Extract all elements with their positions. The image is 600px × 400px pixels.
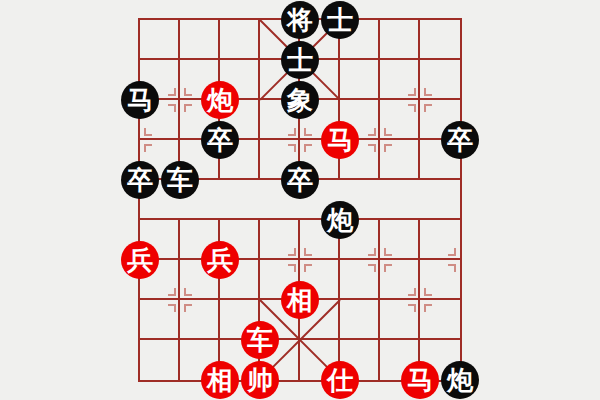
point-marker (144, 128, 152, 136)
piece-red-cannon[interactable]: 炮 (201, 81, 239, 119)
point-marker (168, 288, 176, 296)
point-marker (168, 88, 176, 96)
piece-black-soldier[interactable]: 卒 (201, 121, 239, 159)
point-marker (288, 264, 296, 272)
point-marker (368, 264, 376, 272)
piece-red-horse[interactable]: 马 (401, 361, 439, 399)
board-cell (140, 20, 180, 60)
board-cell (420, 20, 460, 60)
point-marker (304, 248, 312, 256)
point-marker (384, 128, 392, 136)
point-marker (448, 248, 456, 256)
piece-black-cannon[interactable]: 炮 (321, 201, 359, 239)
piece-red-advisor[interactable]: 仕 (321, 361, 359, 399)
point-marker (424, 104, 432, 112)
board-cell (140, 340, 180, 380)
piece-black-chariot[interactable]: 车 (161, 161, 199, 199)
piece-red-chariot[interactable]: 车 (241, 321, 279, 359)
point-marker (408, 104, 416, 112)
point-marker (144, 144, 152, 152)
point-marker (384, 248, 392, 256)
point-marker (184, 104, 192, 112)
point-marker (424, 288, 432, 296)
point-marker (304, 128, 312, 136)
board-cell (340, 300, 380, 340)
board-cell (220, 180, 260, 220)
point-marker (408, 88, 416, 96)
board-cell (380, 180, 420, 220)
piece-black-advisor[interactable]: 士 (321, 1, 359, 39)
xiangqi-board[interactable]: 将士士马炮象卒马卒卒车卒炮兵兵相车相帅仕马炮 (140, 20, 460, 380)
point-marker (448, 264, 456, 272)
point-marker (288, 128, 296, 136)
piece-red-elephant[interactable]: 相 (281, 281, 319, 319)
piece-red-soldier[interactable]: 兵 (201, 241, 239, 279)
piece-red-elephant[interactable]: 相 (201, 361, 239, 399)
piece-black-soldier[interactable]: 卒 (121, 161, 159, 199)
point-marker (384, 144, 392, 152)
piece-red-horse[interactable]: 马 (321, 121, 359, 159)
point-marker (368, 144, 376, 152)
point-marker (168, 104, 176, 112)
piece-black-soldier[interactable]: 卒 (281, 161, 319, 199)
point-marker (408, 304, 416, 312)
board-cell (420, 180, 460, 220)
board-cell (220, 20, 260, 60)
point-marker (184, 88, 192, 96)
point-marker (184, 288, 192, 296)
board-cell (340, 60, 380, 100)
board-cell (380, 20, 420, 60)
point-marker (288, 144, 296, 152)
piece-black-cannon[interactable]: 炮 (441, 361, 479, 399)
point-marker (168, 304, 176, 312)
piece-red-soldier[interactable]: 兵 (121, 241, 159, 279)
point-marker (368, 128, 376, 136)
point-marker (408, 288, 416, 296)
board-cell (180, 20, 220, 60)
point-marker (304, 264, 312, 272)
piece-black-advisor[interactable]: 士 (281, 41, 319, 79)
point-marker (288, 248, 296, 256)
piece-black-elephant[interactable]: 象 (281, 81, 319, 119)
point-marker (184, 304, 192, 312)
piece-black-soldier[interactable]: 卒 (441, 121, 479, 159)
point-marker (384, 264, 392, 272)
piece-red-general[interactable]: 帅 (241, 361, 279, 399)
point-marker (424, 304, 432, 312)
piece-black-horse[interactable]: 马 (121, 81, 159, 119)
point-marker (424, 88, 432, 96)
point-marker (368, 248, 376, 256)
point-marker (304, 144, 312, 152)
piece-black-general[interactable]: 将 (281, 1, 319, 39)
